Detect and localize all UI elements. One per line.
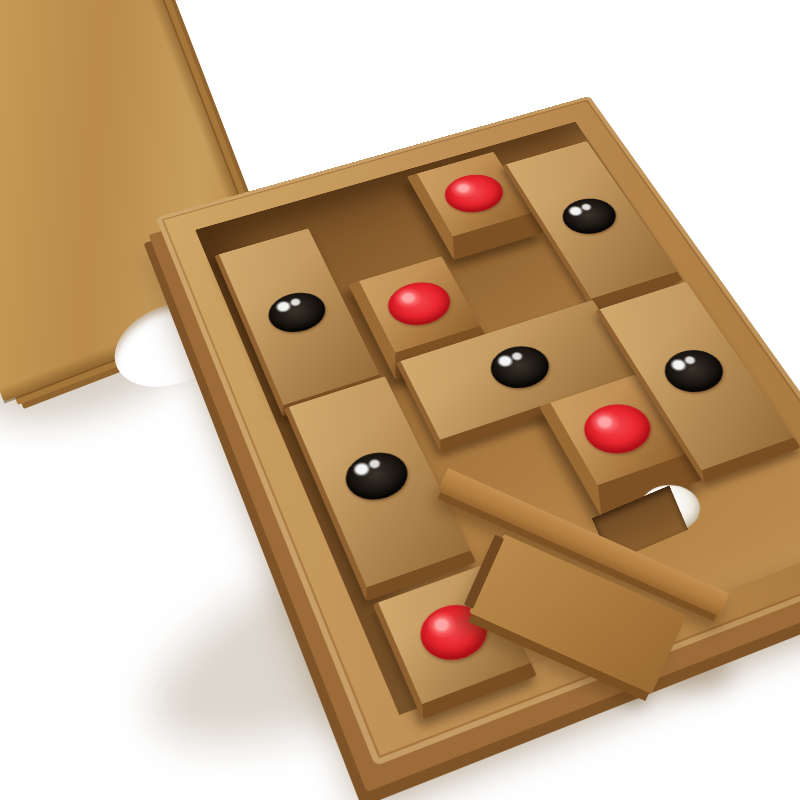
photo-scene: [0, 0, 800, 800]
